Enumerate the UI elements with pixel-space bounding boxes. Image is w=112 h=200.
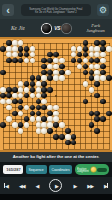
black-stone-avatar: [42, 24, 51, 33]
stone-white: [100, 52, 106, 58]
stone-white: [24, 105, 30, 111]
stone-black: [65, 140, 71, 146]
stone-black: [94, 111, 100, 117]
stone-white: [36, 93, 42, 99]
stone-black: [83, 46, 89, 52]
stone-white: [0, 87, 6, 93]
step-forward-button[interactable]: ▶: [73, 177, 76, 194]
stone-white: [12, 52, 18, 58]
stone-white: [89, 52, 95, 58]
stone-black: [59, 64, 65, 70]
stone-black: [94, 93, 100, 99]
stone-black: [71, 58, 77, 64]
stone-white: [18, 128, 24, 134]
stone-black: [41, 81, 47, 87]
stone-white: [30, 116, 36, 122]
commentary-caption: Another ko fight after the one at the ce…: [0, 152, 112, 162]
skip-to-start-button[interactable]: ◀: [4, 177, 8, 194]
stone-black: [94, 58, 100, 64]
play-button[interactable]: ▶: [49, 179, 62, 192]
stone-white: [12, 40, 18, 46]
stone-white: [94, 46, 100, 52]
stone-white: [65, 134, 71, 140]
stone-white: [36, 87, 42, 93]
stone-white: [12, 93, 18, 99]
stone-black: [0, 70, 6, 76]
stone-black: [41, 93, 47, 99]
stone-black: [41, 87, 47, 93]
stone-white: [100, 58, 106, 64]
skip-to-end-button[interactable]: ▶: [104, 177, 108, 194]
play-icon: ▶: [55, 183, 58, 189]
stone-black: [6, 87, 12, 93]
stone-white: [41, 122, 47, 128]
step-back-icon: ◀: [36, 183, 39, 189]
player-bar: Ke Jie VS Park Junghwan: [0, 19, 112, 37]
stone-white: [83, 81, 89, 87]
stone-black: [94, 128, 100, 134]
stone-black: [0, 122, 6, 128]
stone-black: [41, 58, 47, 64]
stone-black: [41, 64, 47, 70]
stone-black: [36, 105, 42, 111]
stone-white: [6, 116, 12, 122]
stone-black: [18, 58, 24, 64]
stone-white: [36, 122, 42, 128]
stone-black: [0, 93, 6, 99]
skip-to-end-bar: [107, 183, 108, 188]
stone-white: [53, 58, 59, 64]
stone-white: [18, 81, 24, 87]
stone-white: [59, 122, 65, 128]
stone-black: [83, 40, 89, 46]
stone-black: [94, 116, 100, 122]
stone-white: [59, 75, 65, 81]
stone-black: [100, 40, 106, 46]
stone-black: [30, 87, 36, 93]
stone-white: [0, 99, 6, 105]
stone-black: [53, 122, 59, 128]
stone-white: [65, 70, 71, 76]
stone-black: [83, 99, 89, 105]
stone-black: [30, 81, 36, 87]
stone-black: [47, 70, 53, 76]
stone-black: [41, 70, 47, 76]
stone-white: [89, 87, 95, 93]
step-forward-icon: ▶: [73, 183, 76, 189]
stone-white: [94, 70, 100, 76]
stone-black: [6, 40, 12, 46]
coin-count-pill: [97, 168, 107, 173]
stone-white: [71, 52, 77, 58]
position-judgment-button[interactable]: Position Judgment: [75, 164, 109, 175]
stone-black: [47, 52, 53, 58]
vs-label: VS: [52, 24, 62, 33]
stone-white: [30, 93, 36, 99]
stone-black: [12, 87, 18, 93]
fast-forward-icon: ▶▶: [87, 183, 93, 189]
stone-white: [53, 64, 59, 70]
stone-white: [6, 52, 12, 58]
stone-black: [53, 134, 59, 140]
stone-black: [77, 52, 83, 58]
stone-black: [36, 75, 42, 81]
stone-black: [89, 70, 95, 76]
fast-rewind-button[interactable]: ◀◀: [19, 177, 25, 194]
stone-black: [89, 122, 95, 128]
stone-white: [94, 64, 100, 70]
white-player-name: Park Junghwan: [80, 19, 111, 37]
stone-black: [41, 116, 47, 122]
stone-black: [83, 70, 89, 76]
stone-black: [18, 105, 24, 111]
stone-white: [6, 105, 12, 111]
stone-white: [89, 64, 95, 70]
stone-white: [30, 52, 36, 58]
stone-black: [106, 111, 112, 117]
stone-black: [53, 52, 59, 58]
stone-white: [47, 122, 53, 128]
stone-black: [100, 64, 106, 70]
stone-white: [18, 87, 24, 93]
stone-black: [59, 70, 65, 76]
stone-black: [24, 81, 30, 87]
stone-white: [59, 58, 65, 64]
stone-white: [53, 116, 59, 122]
stone-black: [12, 111, 18, 117]
stone-black: [71, 140, 77, 146]
stone-white: [47, 64, 53, 70]
stone-white: [53, 111, 59, 117]
stone-white: [18, 40, 24, 46]
stone-white: [36, 81, 42, 87]
stone-black: [24, 93, 30, 99]
stone-black: [36, 99, 42, 105]
back-button[interactable]: ‹: [2, 4, 14, 16]
stone-white: [24, 87, 30, 93]
black-player-name: Ke Jie: [2, 19, 34, 37]
coin-icon: [91, 167, 96, 172]
board-top-edge: [0, 37, 112, 39]
stone-white: [83, 58, 89, 64]
stone-white: [94, 52, 100, 58]
stone-black: [6, 58, 12, 64]
stone-black: [47, 75, 53, 81]
stone-black: [100, 116, 106, 122]
stone-black: [94, 81, 100, 87]
stone-black: [24, 116, 30, 122]
fast-forward-button[interactable]: ▶▶: [87, 177, 93, 194]
stone-black: [100, 70, 106, 76]
stone-black: [77, 58, 83, 64]
stone-black: [30, 105, 36, 111]
stone-black: [41, 105, 47, 111]
stone-black: [12, 58, 18, 64]
stone-white: [24, 122, 30, 128]
stone-black: [83, 64, 89, 70]
stone-white: [53, 75, 59, 81]
stone-black: [47, 111, 53, 117]
stone-white: [47, 116, 53, 122]
stone-white: [41, 75, 47, 81]
stone-white: [106, 46, 112, 52]
stone-black: [18, 52, 24, 58]
settings-button[interactable]: ⚙: [97, 4, 109, 16]
stone-white: [12, 46, 18, 52]
match-title-line2: Ke Jie vs Park Junghwan · Game 2: [29, 10, 82, 13]
bottom-filler: [0, 194, 112, 200]
board-cell[interactable]: [106, 146, 112, 152]
stone-black: [12, 99, 18, 105]
sequence-toggle-button[interactable]: Sequence: [26, 165, 47, 174]
stone-white: [41, 128, 47, 134]
stone-black: [94, 40, 100, 46]
stone-white: [77, 64, 83, 70]
move-counter: 165/287: [3, 165, 23, 174]
stone-white: [100, 75, 106, 81]
stone-white: [89, 46, 95, 52]
stone-white: [53, 105, 59, 111]
stone-black: [100, 99, 106, 105]
stone-black: [30, 75, 36, 81]
playback-controls: ◀◀◀◀▶▶▶▶▶: [0, 177, 112, 194]
stone-black: [47, 58, 53, 64]
stone-black: [30, 111, 36, 117]
stone-white: [53, 70, 59, 76]
stone-white: [94, 75, 100, 81]
skip-to-start-icon: ◀: [5, 183, 8, 189]
stone-white: [30, 58, 36, 64]
stone-black: [47, 128, 53, 134]
stone-black: [89, 58, 95, 64]
stone-black: [0, 46, 6, 52]
stone-black: [100, 46, 106, 52]
match-title-text: Samsung Cup World Go Championship Final …: [29, 7, 82, 13]
stone-black: [24, 52, 30, 58]
stone-black: [18, 99, 24, 105]
stone-black: [83, 52, 89, 58]
stone-white: [47, 105, 53, 111]
stone-white: [36, 128, 42, 134]
go-review-app: ‹ Samsung Cup World Go Championship Fina…: [0, 0, 112, 200]
stone-black: [65, 128, 71, 134]
top-bar: ‹ Samsung Cup World Go Championship Fina…: [0, 0, 112, 19]
stone-black: [18, 46, 24, 52]
stone-white: [24, 58, 30, 64]
stone-white: [18, 93, 24, 99]
stone-black: [71, 134, 77, 140]
step-back-button[interactable]: ◀: [36, 177, 39, 194]
stone-white: [6, 99, 12, 105]
position-judgment-label: Position Judgment: [77, 167, 78, 172]
stone-black: [6, 93, 12, 99]
stone-white: [12, 122, 18, 128]
stone-white: [77, 46, 83, 52]
stone-white: [30, 46, 36, 52]
stone-white: [71, 46, 77, 52]
back-chevron-icon: ‹: [6, 5, 10, 15]
stone-black: [89, 111, 95, 117]
stone-black: [59, 134, 65, 140]
toolbar: 165/287 Sequence Coordinates Position Ju…: [0, 162, 112, 177]
stone-white: [6, 46, 12, 52]
stone-black: [18, 122, 24, 128]
stone-black: [106, 75, 112, 81]
stone-white: [36, 116, 42, 122]
stone-black: [89, 75, 95, 81]
board-stones-grid: [0, 40, 112, 151]
stone-white: [18, 111, 24, 117]
go-board[interactable]: [0, 37, 112, 152]
commentary-text: Another ko fight after the one at the ce…: [13, 155, 99, 160]
stone-black: [24, 46, 30, 52]
stone-black: [36, 111, 42, 117]
fast-rewind-icon: ◀◀: [19, 183, 25, 189]
white-stone-avatar: [62, 24, 71, 33]
match-title-banner[interactable]: Samsung Cup World Go Championship Final …: [21, 4, 91, 16]
stone-white: [41, 99, 47, 105]
coordinates-toggle-button[interactable]: Coordinates: [49, 165, 72, 174]
gear-icon: ⚙: [99, 5, 107, 15]
stone-black: [47, 87, 53, 93]
